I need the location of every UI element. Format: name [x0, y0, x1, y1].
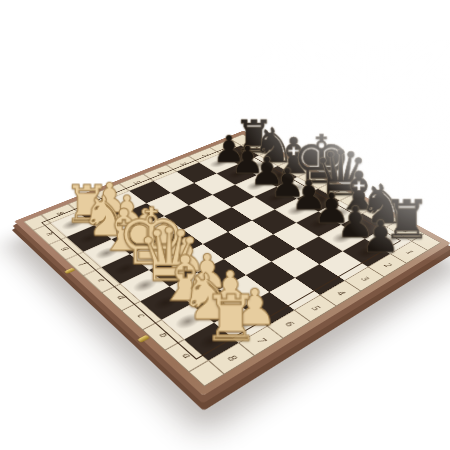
- coord-label-text: 8: [54, 210, 66, 216]
- coord-label-text: c: [135, 311, 148, 319]
- coord-label-text: b: [375, 214, 386, 220]
- coord-label-text: a: [179, 351, 194, 360]
- coord-label-text: 3: [358, 275, 370, 282]
- brass-clasp-icon: [64, 268, 75, 274]
- coord-label-text: 8: [224, 353, 238, 363]
- coord-label-text: a: [400, 227, 411, 233]
- coord-label-text: d: [330, 189, 340, 194]
- coord-label-text: 4: [334, 289, 347, 297]
- coord-label-text: 4: [155, 170, 166, 175]
- black-queen-d1: ♛: [313, 143, 343, 206]
- coord-label-text: f: [290, 167, 299, 171]
- coord-label-text: d: [114, 293, 127, 301]
- coord-label-1-bottom: 1: [390, 241, 428, 263]
- coord-label-text: h: [44, 231, 56, 237]
- chess-board-grid: 87654321h♜♟♟♜hg♞♟♟♞gf♝♟♟♝fe♚♟♟♚ed♛♟♟♛dc♝…: [24, 134, 441, 386]
- coord-label-text: b: [156, 330, 170, 339]
- coord-label-text: f: [77, 261, 89, 267]
- square-d4: [228, 220, 273, 246]
- coord-label-text: 2: [381, 262, 393, 269]
- chess-set-photo: 87654321h♜♟♟♜hg♞♟♟♞gf♝♟♟♝fe♚♟♟♚ed♛♟♟♛dc♝…: [0, 0, 450, 450]
- coord-label-text: 6: [106, 190, 117, 195]
- coord-label-text: e: [95, 276, 108, 283]
- coord-label-text: 6: [282, 320, 295, 329]
- coord-label-text: 5: [309, 304, 322, 312]
- coord-label-text: 5: [131, 180, 142, 185]
- frame-corner: [411, 234, 440, 251]
- coord-label-text: g: [60, 245, 73, 252]
- coord-label-7-bottom: 7: [239, 326, 284, 356]
- wooden-board: 87654321h♜♟♟♜hg♞♟♟♞gf♝♟♟♝fe♚♟♟♚ed♛♟♟♛dc♝…: [14, 131, 450, 396]
- coord-label-text: g: [270, 156, 280, 161]
- coord-label-text: 7: [81, 200, 92, 206]
- board-3d-scene: 87654321h♜♟♟♜hg♞♟♟♞gf♝♟♟♝fe♚♟♟♚ed♛♟♟♛dc♝…: [14, 131, 450, 396]
- coord-label-text: c: [352, 201, 362, 206]
- coord-label-text: 1: [403, 249, 414, 256]
- coord-label-text: 2: [200, 153, 210, 158]
- coord-label-text: 3: [178, 161, 188, 166]
- coord-label-text: 1: [221, 144, 231, 148]
- coord-label-text: h: [252, 146, 262, 150]
- coord-label-text: 7: [254, 336, 268, 345]
- brass-clasp-icon: [137, 335, 149, 343]
- coord-label-text: e: [309, 177, 319, 182]
- coord-label-b-right: b: [362, 207, 399, 227]
